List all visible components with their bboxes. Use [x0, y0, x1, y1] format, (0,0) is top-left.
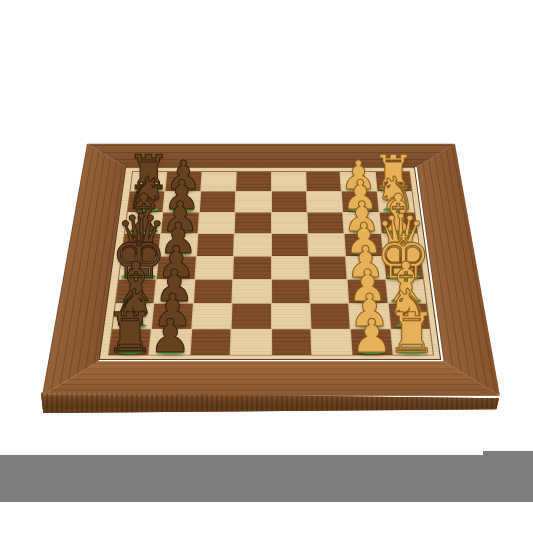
scene: ♜♞♝♛♚♝♞♜♟♟♟♟♟♟♟♟♟♟♟♟♟♟♟♟♜♞♝♛♚♝♞♜: [0, 0, 533, 533]
square-b4[interactable]: [271, 192, 306, 212]
square-b7[interactable]: [164, 192, 200, 212]
square-d1[interactable]: [381, 234, 420, 256]
square-a8[interactable]: [130, 172, 166, 191]
square-h6[interactable]: [190, 329, 230, 355]
square-f3[interactable]: [310, 280, 349, 304]
chess-board: [42, 144, 500, 396]
square-f1[interactable]: [386, 280, 426, 304]
square-c3[interactable]: [307, 212, 343, 233]
square-f7[interactable]: [155, 280, 194, 304]
square-a6[interactable]: [201, 172, 236, 191]
square-h4[interactable]: [272, 329, 312, 355]
square-c8[interactable]: [125, 212, 163, 233]
square-c7[interactable]: [162, 212, 199, 233]
square-a7[interactable]: [166, 172, 202, 191]
square-c1[interactable]: [379, 212, 417, 233]
square-b6[interactable]: [200, 192, 236, 212]
square-e3[interactable]: [309, 256, 347, 279]
square-e4[interactable]: [272, 256, 309, 279]
square-e2[interactable]: [346, 256, 385, 279]
square-h1[interactable]: [391, 329, 433, 355]
square-h5[interactable]: [231, 329, 271, 355]
square-g4[interactable]: [272, 304, 311, 329]
square-a5[interactable]: [236, 172, 270, 191]
board-grid: [108, 171, 434, 355]
square-a3[interactable]: [306, 172, 341, 191]
square-d4[interactable]: [271, 234, 307, 256]
square-a1[interactable]: [375, 172, 411, 191]
square-f4[interactable]: [272, 280, 310, 304]
square-d6[interactable]: [197, 234, 234, 256]
square-d5[interactable]: [234, 234, 270, 256]
square-b5[interactable]: [236, 192, 271, 212]
square-e8[interactable]: [119, 256, 158, 279]
square-g8[interactable]: [113, 304, 154, 329]
square-c6[interactable]: [198, 212, 234, 233]
gray-backdrop-band-step: [483, 451, 533, 502]
square-e5[interactable]: [233, 256, 270, 279]
square-g2[interactable]: [349, 304, 389, 329]
square-h3[interactable]: [311, 329, 351, 355]
square-g5[interactable]: [232, 304, 271, 329]
gray-backdrop-band: [0, 455, 533, 502]
square-g6[interactable]: [192, 304, 231, 329]
square-f5[interactable]: [233, 280, 271, 304]
square-a2[interactable]: [341, 172, 377, 191]
square-h8[interactable]: [109, 329, 151, 355]
square-f6[interactable]: [194, 280, 233, 304]
square-g7[interactable]: [152, 304, 192, 329]
square-d8[interactable]: [122, 234, 161, 256]
square-f8[interactable]: [116, 280, 156, 304]
square-d2[interactable]: [345, 234, 383, 256]
square-c4[interactable]: [271, 212, 307, 233]
square-a4[interactable]: [271, 172, 305, 191]
square-e1[interactable]: [384, 256, 423, 279]
board-frame-bottom: [42, 361, 500, 395]
square-e6[interactable]: [195, 256, 233, 279]
square-h2[interactable]: [351, 329, 392, 355]
square-f2[interactable]: [348, 280, 387, 304]
square-g1[interactable]: [388, 304, 429, 329]
square-h7[interactable]: [150, 329, 191, 355]
square-d7[interactable]: [159, 234, 197, 256]
square-e7[interactable]: [157, 256, 196, 279]
square-c2[interactable]: [343, 212, 380, 233]
square-d3[interactable]: [308, 234, 345, 256]
square-b3[interactable]: [307, 192, 343, 212]
square-b2[interactable]: [342, 192, 378, 212]
board-frame-top: [83, 144, 459, 167]
square-b8[interactable]: [128, 192, 165, 212]
square-g3[interactable]: [310, 304, 349, 329]
square-c5[interactable]: [235, 212, 271, 233]
square-b1[interactable]: [377, 192, 414, 212]
